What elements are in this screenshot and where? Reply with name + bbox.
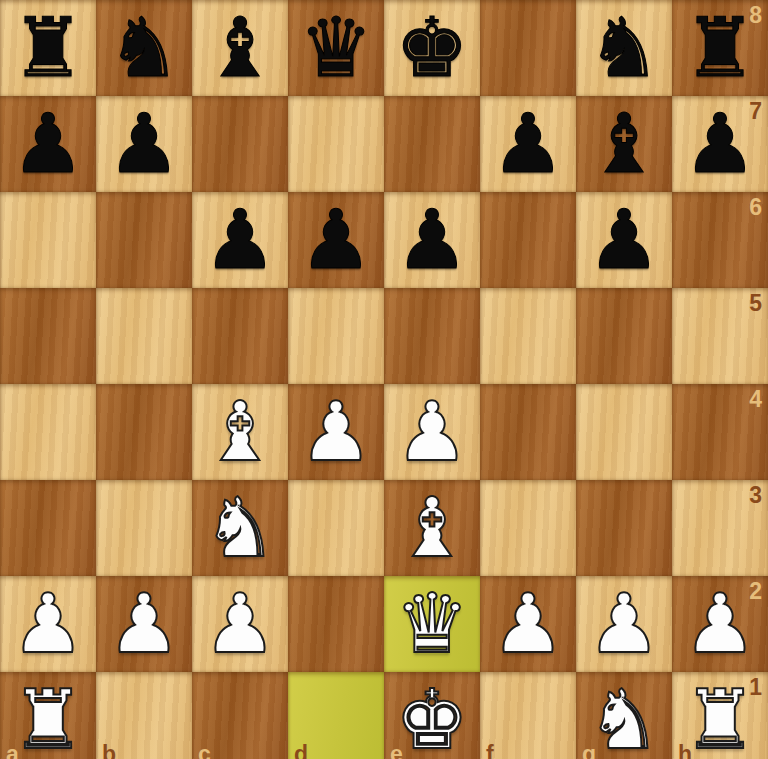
file-label-a: a	[6, 743, 19, 759]
white-pawn[interactable]: ♟	[96, 576, 192, 672]
black-pawn[interactable]: ♟	[480, 96, 576, 192]
square-c7[interactable]	[192, 96, 288, 192]
square-d7[interactable]	[288, 96, 384, 192]
square-b8[interactable]: ♞	[96, 0, 192, 96]
square-g3[interactable]	[576, 480, 672, 576]
square-b1[interactable]: b	[96, 672, 192, 759]
square-d5[interactable]	[288, 288, 384, 384]
file-label-d: d	[294, 743, 308, 759]
square-c6[interactable]: ♟	[192, 192, 288, 288]
square-f6[interactable]	[480, 192, 576, 288]
black-pawn[interactable]: ♟	[96, 96, 192, 192]
square-d4[interactable]: ♟	[288, 384, 384, 480]
white-pawn[interactable]: ♟	[576, 576, 672, 672]
square-f5[interactable]	[480, 288, 576, 384]
rank-label-8: 8	[749, 4, 762, 27]
file-label-c: c	[198, 743, 211, 759]
black-pawn[interactable]: ♟	[0, 96, 96, 192]
square-b6[interactable]	[96, 192, 192, 288]
square-b4[interactable]	[96, 384, 192, 480]
file-label-h: h	[678, 743, 692, 759]
black-knight[interactable]: ♞	[576, 0, 672, 96]
square-c1[interactable]: c	[192, 672, 288, 759]
file-label-b: b	[102, 743, 116, 759]
square-e6[interactable]: ♟	[384, 192, 480, 288]
black-pawn[interactable]: ♟	[192, 192, 288, 288]
square-b3[interactable]	[96, 480, 192, 576]
rank-label-4: 4	[749, 388, 762, 411]
black-pawn[interactable]: ♟	[384, 192, 480, 288]
rank-label-3: 3	[749, 484, 762, 507]
square-c8[interactable]: ♝	[192, 0, 288, 96]
square-b2[interactable]: ♟	[96, 576, 192, 672]
square-e7[interactable]	[384, 96, 480, 192]
square-g7[interactable]: ♝	[576, 96, 672, 192]
rank-label-6: 6	[749, 196, 762, 219]
square-e5[interactable]	[384, 288, 480, 384]
black-rook[interactable]: ♜	[0, 0, 96, 96]
square-e3[interactable]: ♝	[384, 480, 480, 576]
file-label-e: e	[390, 743, 403, 759]
square-a2[interactable]: ♟	[0, 576, 96, 672]
file-label-f: f	[486, 743, 494, 759]
square-a8[interactable]: ♜	[0, 0, 96, 96]
black-pawn[interactable]: ♟	[288, 192, 384, 288]
white-pawn[interactable]: ♟	[480, 576, 576, 672]
square-a6[interactable]	[0, 192, 96, 288]
square-a4[interactable]	[0, 384, 96, 480]
square-h5[interactable]: 5	[672, 288, 768, 384]
white-knight[interactable]: ♞	[192, 480, 288, 576]
square-f8[interactable]	[480, 0, 576, 96]
square-d8[interactable]: ♛	[288, 0, 384, 96]
square-g8[interactable]: ♞	[576, 0, 672, 96]
white-pawn[interactable]: ♟	[192, 576, 288, 672]
square-e4[interactable]: ♟	[384, 384, 480, 480]
white-bishop[interactable]: ♝	[384, 480, 480, 576]
square-d1[interactable]: d	[288, 672, 384, 759]
square-f2[interactable]: ♟	[480, 576, 576, 672]
black-knight[interactable]: ♞	[96, 0, 192, 96]
square-e8[interactable]: ♚	[384, 0, 480, 96]
square-h2[interactable]: ♟2	[672, 576, 768, 672]
black-bishop[interactable]: ♝	[576, 96, 672, 192]
white-pawn[interactable]: ♟	[0, 576, 96, 672]
square-f7[interactable]: ♟	[480, 96, 576, 192]
square-c2[interactable]: ♟	[192, 576, 288, 672]
black-pawn[interactable]: ♟	[576, 192, 672, 288]
square-f3[interactable]	[480, 480, 576, 576]
square-a5[interactable]	[0, 288, 96, 384]
white-bishop[interactable]: ♝	[192, 384, 288, 480]
square-d3[interactable]	[288, 480, 384, 576]
square-d6[interactable]: ♟	[288, 192, 384, 288]
square-c3[interactable]: ♞	[192, 480, 288, 576]
square-g2[interactable]: ♟	[576, 576, 672, 672]
square-h3[interactable]: 3	[672, 480, 768, 576]
white-queen[interactable]: ♛	[384, 576, 480, 672]
square-c4[interactable]: ♝	[192, 384, 288, 480]
square-e2[interactable]: ♛	[384, 576, 480, 672]
square-h7[interactable]: ♟7	[672, 96, 768, 192]
square-e1[interactable]: ♚e	[384, 672, 480, 759]
square-g6[interactable]: ♟	[576, 192, 672, 288]
square-d2[interactable]	[288, 576, 384, 672]
square-h1[interactable]: ♜1h	[672, 672, 768, 759]
square-h4[interactable]: 4	[672, 384, 768, 480]
black-queen[interactable]: ♛	[288, 0, 384, 96]
square-f1[interactable]: f	[480, 672, 576, 759]
white-pawn[interactable]: ♟	[384, 384, 480, 480]
rank-label-1: 1	[749, 676, 762, 699]
square-g4[interactable]	[576, 384, 672, 480]
rank-label-7: 7	[749, 100, 762, 123]
square-b5[interactable]	[96, 288, 192, 384]
square-f4[interactable]	[480, 384, 576, 480]
square-b7[interactable]: ♟	[96, 96, 192, 192]
rank-label-2: 2	[749, 580, 762, 603]
square-g1[interactable]: ♞g	[576, 672, 672, 759]
square-a1[interactable]: ♜a	[0, 672, 96, 759]
square-g5[interactable]	[576, 288, 672, 384]
black-king[interactable]: ♚	[384, 0, 480, 96]
square-a3[interactable]	[0, 480, 96, 576]
square-c5[interactable]	[192, 288, 288, 384]
square-a7[interactable]: ♟	[0, 96, 96, 192]
black-bishop[interactable]: ♝	[192, 0, 288, 96]
white-pawn[interactable]: ♟	[288, 384, 384, 480]
square-h8[interactable]: ♜8	[672, 0, 768, 96]
square-h6[interactable]: 6	[672, 192, 768, 288]
chess-board: ♜♞♝♛♚♞♜8♟♟♟♝♟7♟♟♟♟65♝♟♟4♞♝3♟♟♟♛♟♟♟2♜abcd…	[0, 0, 768, 759]
rank-label-5: 5	[749, 292, 762, 315]
file-label-g: g	[582, 743, 596, 759]
